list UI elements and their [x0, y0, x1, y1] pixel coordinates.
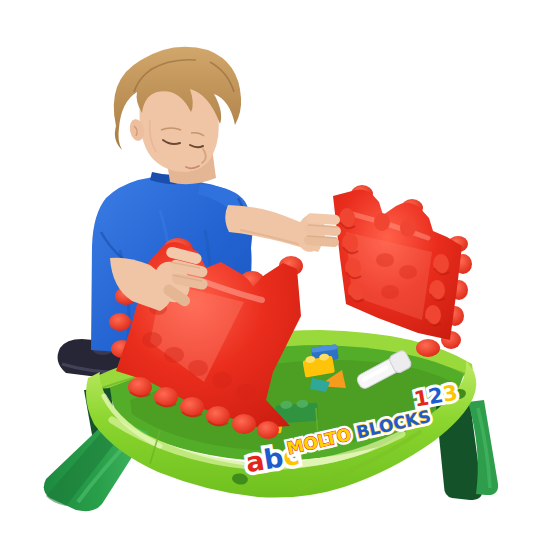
- boy-right-hand: [294, 212, 341, 254]
- photo-stage: abc abc MOLTO BLOCKS MOLTO BLOCKS 123 12…: [0, 0, 550, 550]
- boy-head: [114, 47, 241, 172]
- scene-illustration: abc abc MOLTO BLOCKS MOLTO BLOCKS 123 12…: [0, 0, 550, 550]
- right-lid: [333, 185, 472, 357]
